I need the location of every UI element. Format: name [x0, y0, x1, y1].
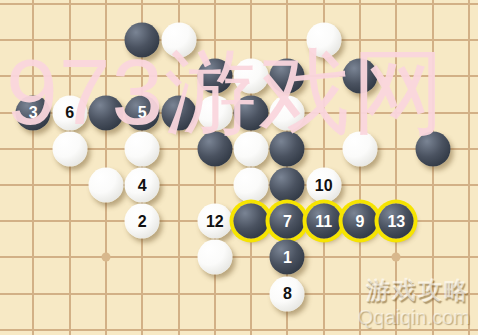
grid-line-horizontal [0, 293, 478, 295]
stone-move-number: 6 [65, 105, 74, 121]
stone-move-number: 4 [138, 177, 147, 193]
stone-move-number: 8 [283, 286, 292, 302]
stone-move-number: 7 [283, 213, 292, 229]
white-stone [234, 168, 269, 203]
stone-move-number: 9 [356, 213, 365, 229]
star-point [101, 253, 110, 262]
grid-line-vertical [359, 0, 361, 335]
white-stone-move-12: 12 [197, 204, 232, 239]
white-stone [343, 131, 378, 166]
grid-line-horizontal [0, 329, 478, 331]
white-stone [234, 59, 269, 94]
white-stone [270, 95, 305, 130]
white-stone [52, 131, 87, 166]
white-stone [125, 131, 160, 166]
stone-move-number: 1 [283, 249, 292, 265]
black-stone-move-11-winning: 11 [306, 204, 341, 239]
black-stone [197, 59, 232, 94]
stone-move-number: 5 [138, 105, 147, 121]
white-stone [234, 131, 269, 166]
stone-move-number: 10 [315, 177, 333, 193]
black-stone [88, 95, 123, 130]
black-stone-move-5: 5 [125, 95, 160, 130]
corner-watermark-title: 游戏攻略 [358, 274, 470, 306]
stone-move-number: 11 [315, 213, 332, 229]
black-stone [415, 131, 450, 166]
black-stone-move-3: 3 [16, 95, 51, 130]
grid-line-vertical [69, 0, 71, 335]
black-stone-move-9-winning: 9 [343, 204, 378, 239]
stone-move-number: 13 [387, 213, 405, 229]
gomoku-board-screenshot: 36541021271191318 973游戏网 游戏攻略 Qqaiqin.co… [0, 0, 478, 335]
black-stone [234, 95, 269, 130]
white-stone [306, 23, 341, 58]
stone-move-number: 12 [206, 213, 224, 229]
grid-line-vertical [432, 0, 434, 335]
black-stone [343, 59, 378, 94]
grid-line-vertical [214, 0, 216, 335]
white-stone [197, 95, 232, 130]
white-stone-move-6: 6 [52, 95, 87, 130]
grid-line-vertical [32, 0, 34, 335]
black-stone-move-13-winning: 13 [379, 204, 414, 239]
grid-line-horizontal [0, 3, 478, 5]
stone-move-number: 3 [29, 105, 38, 121]
black-stone [270, 168, 305, 203]
grid-line-vertical [395, 0, 397, 335]
white-stone [197, 240, 232, 275]
star-point [392, 253, 401, 262]
black-stone [270, 59, 305, 94]
corner-watermark: 游戏攻略 Qqaiqin.com [358, 274, 470, 329]
grid-line-horizontal [0, 256, 478, 258]
white-stone-move-2: 2 [125, 204, 160, 239]
black-stone [125, 23, 160, 58]
white-stone-move-8: 8 [270, 276, 305, 311]
grid-line-vertical [468, 0, 470, 335]
white-stone-move-10: 10 [306, 168, 341, 203]
black-stone [270, 131, 305, 166]
black-stone [161, 95, 196, 130]
black-stone-move-7-winning: 7 [270, 204, 305, 239]
grid-line-horizontal [0, 39, 478, 41]
white-stone-move-4: 4 [125, 168, 160, 203]
black-stone [197, 131, 232, 166]
black-stone-move-1: 1 [270, 240, 305, 275]
white-stone [88, 168, 123, 203]
stone-move-number: 2 [138, 213, 147, 229]
corner-watermark-url: Qqaiqin.com [358, 306, 470, 329]
white-stone [161, 23, 196, 58]
black-stone-winning [234, 204, 269, 239]
